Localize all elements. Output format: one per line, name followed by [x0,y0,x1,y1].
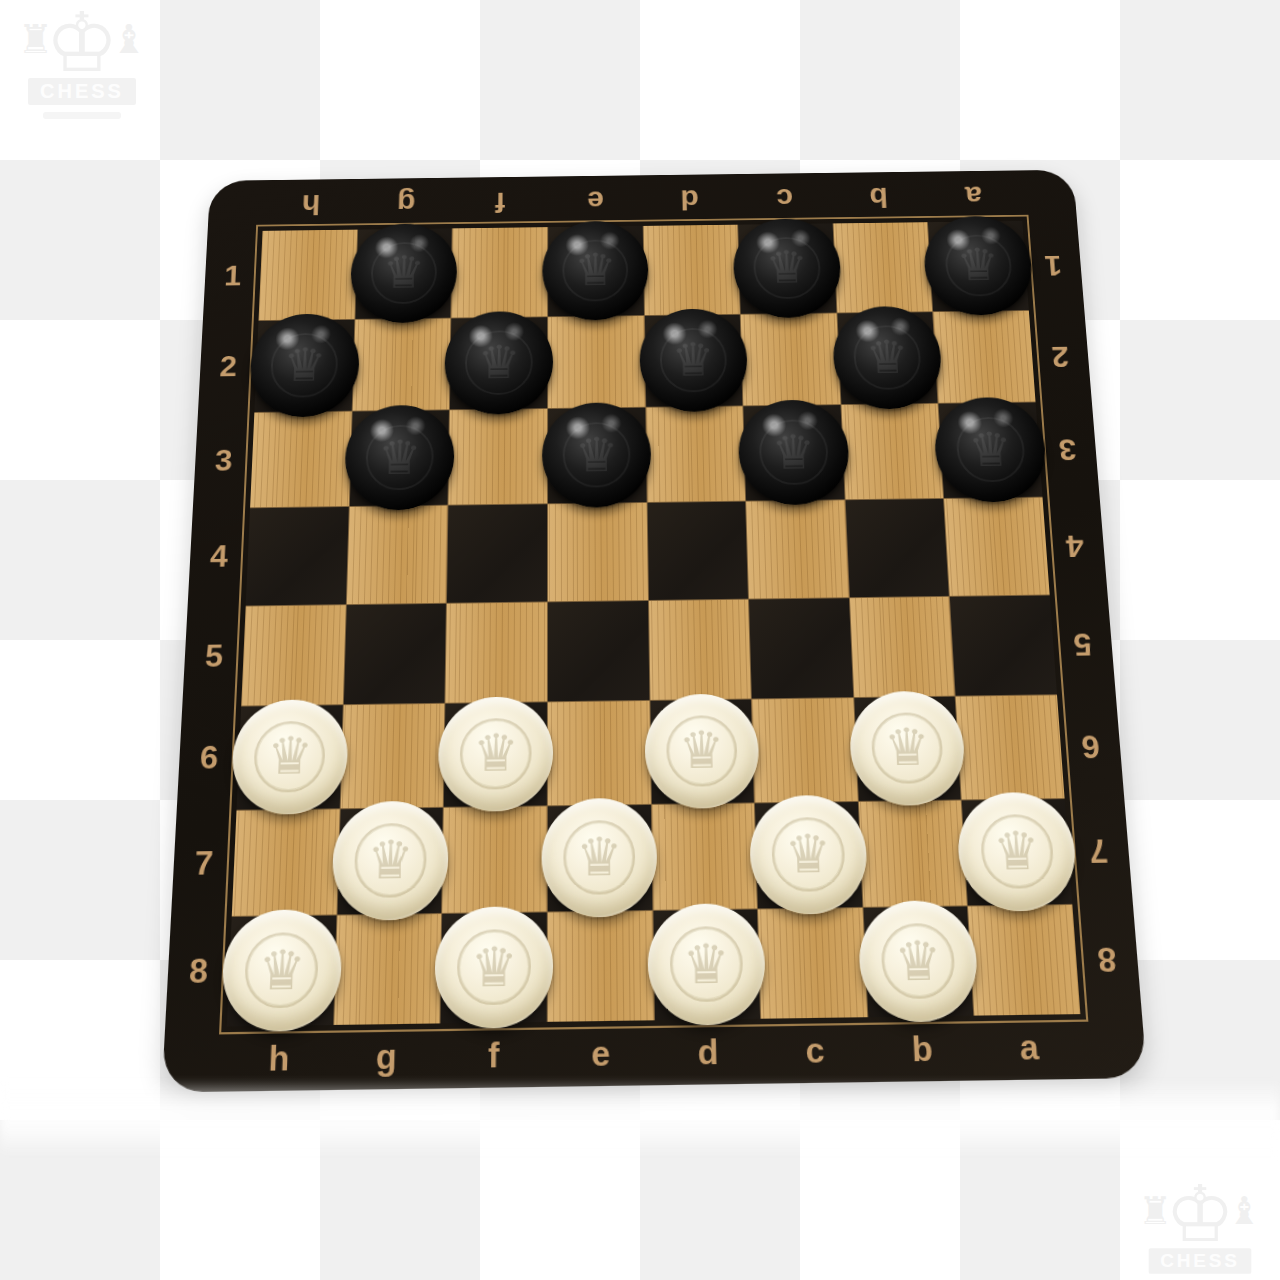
file-label-bottom-d: d [654,1019,763,1086]
square-e3[interactable]: ♛ [548,408,646,503]
square-d6[interactable]: ♛ [650,700,754,804]
checker-white-f8[interactable]: ♛ [434,906,553,1030]
rank-label-right-7: 7 [1065,797,1133,904]
square-h5[interactable] [241,605,345,706]
crown-emboss-icon: ♛ [542,402,652,509]
crown-emboss-icon: ♛ [738,399,851,506]
rank-label-right-5: 5 [1050,594,1116,695]
square-d3[interactable] [646,407,745,502]
crown-emboss-icon: ♛ [220,909,342,1033]
checker-black-b2[interactable]: ♛ [831,306,944,410]
rank-label-left-1: 1 [203,231,263,321]
board-wrapper: hgfedcba hgfedcba 12345678 12345678 ♛♛♛♛… [162,170,1147,1093]
file-labels-bottom: hgfedcba [224,1014,1085,1092]
checker-white-e7[interactable]: ♛ [541,798,658,918]
crown-emboss-icon: ♛ [956,792,1079,912]
square-c7[interactable]: ♛ [755,802,862,909]
crown-emboss-icon: ♛ [831,306,944,410]
checker-white-c7[interactable]: ♛ [749,795,869,915]
square-c1[interactable]: ♛ [738,223,836,313]
checker-white-h8[interactable]: ♛ [220,909,342,1033]
checker-black-a1[interactable]: ♛ [922,215,1035,316]
square-f4[interactable] [447,504,547,602]
square-f6[interactable]: ♛ [444,702,547,806]
square-h4[interactable] [246,507,349,605]
square-a1[interactable]: ♛ [928,221,1029,311]
page-background: { "game": "checkers", "variant": "Englis… [0,0,1280,1280]
square-a5[interactable] [950,595,1057,696]
checkers-board: hgfedcba hgfedcba 12345678 12345678 ♛♛♛♛… [162,170,1147,1093]
square-h1[interactable] [259,230,357,320]
square-c2[interactable] [741,313,840,406]
king-crown-icon: ♔ [1165,1171,1235,1257]
square-h7[interactable] [232,809,340,916]
square-e4[interactable] [548,503,648,601]
square-g8[interactable] [334,914,442,1025]
square-g6[interactable] [340,704,444,808]
rank-label-left-4: 4 [188,508,250,607]
rank-label-right-8: 8 [1072,904,1141,1015]
square-d1[interactable] [643,225,740,315]
square-d7[interactable] [651,803,757,910]
rook-icon: ♜ [1139,1190,1173,1232]
square-a4[interactable] [944,497,1049,595]
square-b7[interactable] [859,800,968,907]
checker-white-h6[interactable]: ♛ [230,699,349,816]
crown-emboss-icon: ♛ [248,314,360,418]
crown-emboss-icon: ♛ [444,311,553,415]
crown-emboss-icon: ♛ [857,900,981,1024]
rank-label-left-5: 5 [182,606,245,707]
square-g7[interactable]: ♛ [337,808,443,915]
crown-emboss-icon: ♛ [933,397,1049,504]
crown-chess-logo-icon: ♜♔♝ [1124,1176,1276,1254]
file-label-top-c: c [736,173,832,225]
checker-black-d2[interactable]: ♛ [639,308,749,412]
checker-white-a7[interactable]: ♛ [956,792,1079,912]
square-a6[interactable] [956,695,1064,799]
square-c4[interactable] [746,500,848,598]
square-c8[interactable] [758,908,867,1018]
file-label-top-d: d [642,174,738,226]
file-label-top-f: f [453,177,548,229]
square-f2[interactable]: ♛ [450,317,547,410]
checker-white-b8[interactable]: ♛ [857,900,981,1024]
file-label-top-h: h [263,179,360,231]
square-a8[interactable] [968,905,1080,1015]
file-label-bottom-f: f [439,1022,547,1089]
square-g5[interactable] [343,603,446,704]
square-h6[interactable]: ♛ [237,705,343,809]
file-label-top-g: g [358,178,454,230]
square-e2[interactable] [548,316,645,409]
rank-label-left-7: 7 [171,810,237,918]
square-c6[interactable] [752,698,858,802]
square-f3[interactable] [449,409,547,504]
square-h3[interactable] [250,412,351,507]
crown-emboss-icon: ♛ [230,699,349,816]
square-a3[interactable]: ♛ [939,403,1043,498]
file-label-bottom-b: b [867,1016,977,1082]
square-g2[interactable] [352,318,450,411]
crown-chess-logo-icon: ♜♔♝ [2,2,162,84]
square-d2[interactable]: ♛ [644,314,742,407]
checker-black-a3[interactable]: ♛ [933,397,1049,504]
king-crown-icon: ♔ [45,0,119,88]
square-b5[interactable] [850,596,955,697]
crown-emboss-icon: ♛ [331,801,450,921]
rank-label-left-8: 8 [165,916,232,1027]
crown-emboss-icon: ♛ [749,795,869,915]
square-b6[interactable]: ♛ [854,697,961,801]
watermark-logo-top-left: ♜♔♝ CHESS [2,2,162,119]
file-label-bottom-c: c [761,1017,870,1083]
square-h2[interactable]: ♛ [254,319,354,412]
file-label-bottom-h: h [224,1025,334,1092]
file-label-bottom-g: g [332,1023,441,1090]
rank-label-right-1: 1 [1022,220,1084,310]
square-f8[interactable]: ♛ [441,913,547,1024]
square-b1[interactable] [833,222,932,312]
square-h8[interactable]: ♛ [227,916,336,1027]
square-e8[interactable] [548,911,654,1021]
square-g1[interactable]: ♛ [355,228,452,318]
checker-black-h2[interactable]: ♛ [248,314,360,418]
checker-black-g3[interactable]: ♛ [343,404,455,511]
rank-label-left-3: 3 [193,413,255,509]
watermark-text: CHESS [28,78,136,105]
square-a7[interactable]: ♛ [962,799,1072,906]
crown-emboss-icon: ♛ [848,690,968,806]
checker-black-e1[interactable]: ♛ [542,220,649,321]
rank-label-left-2: 2 [198,321,259,414]
square-d4[interactable] [647,501,748,599]
rank-label-left-6: 6 [177,706,241,810]
bishop-icon: ♝ [111,17,147,61]
checker-black-c1[interactable]: ♛ [732,218,842,319]
rank-label-right-2: 2 [1029,310,1092,403]
crown-emboss-icon: ♛ [644,693,761,809]
board-grid: ♛♛♛♛♛♛♛♛♛♛♛♛♛♛♛♛♛♛♛♛♛♛♛♛ [227,221,1081,1027]
square-d8[interactable]: ♛ [653,910,760,1020]
square-f5[interactable] [446,602,547,703]
square-b8[interactable]: ♛ [863,907,973,1017]
file-label-top-b: b [830,172,927,224]
crown-emboss-icon: ♛ [647,903,767,1027]
watermark-subtext-illegible [43,112,121,119]
crown-emboss-icon: ♛ [542,220,649,321]
file-label-top-e: e [548,175,643,227]
checker-black-f2[interactable]: ♛ [444,311,553,415]
square-b2[interactable]: ♛ [837,312,938,405]
square-b4[interactable] [845,499,949,597]
square-e6[interactable] [548,701,651,805]
checker-black-e3[interactable]: ♛ [542,402,652,509]
square-g4[interactable] [346,506,447,604]
watermark-text: CHESS [1149,1248,1252,1274]
file-label-top-a: a [924,170,1022,222]
bishop-icon: ♝ [1227,1190,1261,1232]
checker-white-d8[interactable]: ♛ [647,903,767,1027]
square-f1[interactable] [452,227,548,317]
square-b3[interactable] [841,404,943,499]
crown-emboss-icon: ♛ [434,906,553,1030]
square-e5[interactable] [548,600,649,701]
square-c3[interactable]: ♛ [744,405,845,500]
crown-emboss-icon: ♛ [922,215,1035,316]
watermark-logo-bottom-right: ♜♔♝ CHESS [1124,1176,1276,1280]
square-g3[interactable]: ♛ [349,411,449,506]
rank-label-right-3: 3 [1036,402,1100,497]
checker-white-b6[interactable]: ♛ [848,690,968,806]
square-e7[interactable]: ♛ [548,805,652,912]
rank-label-right-4: 4 [1043,496,1108,594]
checker-white-f6[interactable]: ♛ [438,696,553,813]
checker-black-g1[interactable]: ♛ [349,223,458,324]
file-label-bottom-e: e [547,1020,655,1087]
crown-emboss-icon: ♛ [732,218,842,319]
square-a2[interactable] [934,311,1036,403]
crown-emboss-icon: ♛ [438,696,553,813]
crown-emboss-icon: ♛ [541,798,658,918]
crown-emboss-icon: ♛ [349,223,458,324]
square-f7[interactable] [442,806,546,913]
checker-white-g7[interactable]: ♛ [331,801,450,921]
file-label-bottom-a: a [974,1014,1085,1080]
square-e1[interactable]: ♛ [548,226,643,316]
crown-emboss-icon: ♛ [639,308,749,412]
checker-white-d6[interactable]: ♛ [644,693,761,809]
square-c5[interactable] [749,598,853,699]
rook-icon: ♜ [17,17,53,61]
crown-emboss-icon: ♛ [343,404,455,511]
checker-black-c3[interactable]: ♛ [738,399,851,506]
rank-label-right-6: 6 [1057,694,1124,798]
square-d5[interactable] [649,599,751,700]
